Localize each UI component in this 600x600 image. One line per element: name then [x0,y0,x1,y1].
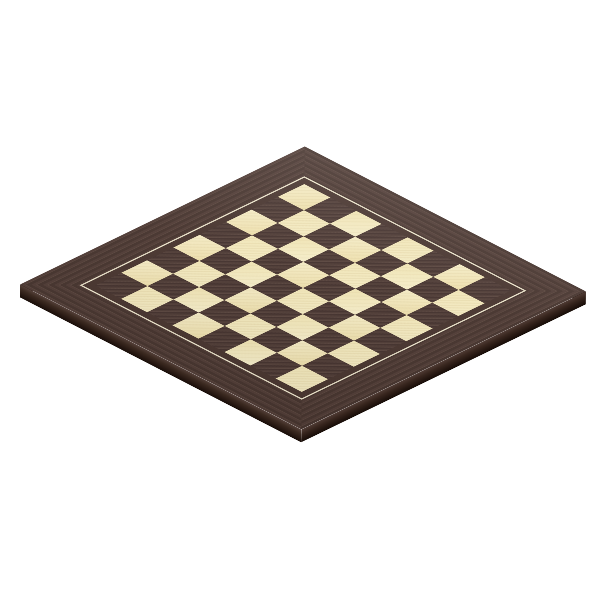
square-d1 [173,313,225,339]
square-e1 [198,326,250,352]
square-h3 [328,341,380,367]
square-h6 [407,303,459,329]
board-top-face [20,147,586,430]
square-c1 [147,299,199,325]
square-e4 [277,288,329,314]
square-h1 [276,366,328,392]
square-g2 [276,340,328,366]
square-g6 [381,289,433,315]
square-d2 [199,300,251,326]
square-d3 [225,287,277,313]
square-g3 [302,327,354,353]
square-e2 [225,313,277,339]
square-c2 [173,287,225,313]
square-g1 [250,353,302,379]
page-background [0,0,600,600]
square-e3 [251,301,303,327]
square-g5 [355,302,407,328]
square-f2 [250,327,302,353]
square-g4 [329,315,381,341]
square-h2 [302,353,354,379]
square-f3 [277,314,329,340]
square-f1 [224,339,276,365]
square-f4 [303,301,355,327]
square-f5 [329,289,381,315]
square-b1 [121,286,173,312]
chess-board [20,147,586,430]
square-h5 [380,315,432,341]
square-h7 [433,290,485,316]
square-h4 [354,328,406,354]
